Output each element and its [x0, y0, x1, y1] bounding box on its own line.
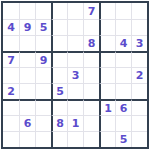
cell-r9c2[interactable]: [19, 131, 35, 147]
given-digit: 6: [120, 103, 128, 114]
cell-r3c6[interactable]: 8: [83, 35, 99, 51]
cell-r4c3[interactable]: 9: [35, 51, 51, 67]
given-digit: 9: [24, 22, 32, 33]
cell-r9c6[interactable]: [83, 131, 99, 147]
cell-r4c5[interactable]: [67, 51, 83, 67]
cell-r6c1[interactable]: 2: [3, 83, 19, 99]
cell-r5c4[interactable]: [51, 67, 67, 83]
cell-r3c4[interactable]: [51, 35, 67, 51]
cell-r7c6[interactable]: [83, 99, 99, 115]
cell-r6c7[interactable]: [99, 83, 115, 99]
cell-r1c3[interactable]: [35, 3, 51, 19]
cell-r9c1[interactable]: [3, 131, 19, 147]
cell-r6c4[interactable]: 5: [51, 83, 67, 99]
given-digit: 9: [40, 55, 48, 66]
given-digit: 6: [24, 118, 32, 129]
cell-r5c7[interactable]: [99, 67, 115, 83]
cell-r3c5[interactable]: [67, 35, 83, 51]
cell-r4c4[interactable]: [51, 51, 67, 67]
cell-r3c8[interactable]: 4: [115, 35, 131, 51]
cell-r3c7[interactable]: [99, 35, 115, 51]
given-digit: 4: [120, 38, 128, 49]
cell-r5c5[interactable]: 3: [67, 67, 83, 83]
cell-r4c9[interactable]: [131, 51, 147, 67]
cell-r9c4[interactable]: [51, 131, 67, 147]
cell-r2c6[interactable]: [83, 19, 99, 35]
cell-r8c3[interactable]: [35, 115, 51, 131]
cell-r4c1[interactable]: 7: [3, 51, 19, 67]
cell-r3c2[interactable]: [19, 35, 35, 51]
cell-r7c2[interactable]: [19, 99, 35, 115]
sudoku-app: 7495843793225166815: [0, 0, 150, 150]
cell-r4c7[interactable]: [99, 51, 115, 67]
cell-r2c2[interactable]: 9: [19, 19, 35, 35]
cell-r1c6[interactable]: 7: [83, 3, 99, 19]
cell-r7c1[interactable]: [3, 99, 19, 115]
given-digit: 5: [120, 134, 128, 145]
cell-r1c4[interactable]: [51, 3, 67, 19]
given-digit: 1: [72, 118, 80, 129]
given-digit: 7: [88, 6, 96, 17]
cell-r2c3[interactable]: 5: [35, 19, 51, 35]
cell-r4c8[interactable]: [115, 51, 131, 67]
cell-r1c7[interactable]: [99, 3, 115, 19]
cell-r8c5[interactable]: 1: [67, 115, 83, 131]
cell-r6c2[interactable]: [19, 83, 35, 99]
cell-r2c8[interactable]: [115, 19, 131, 35]
cell-r5c2[interactable]: [19, 67, 35, 83]
cell-r9c8[interactable]: 5: [115, 131, 131, 147]
given-digit: 8: [56, 118, 64, 129]
cell-r3c3[interactable]: [35, 35, 51, 51]
sudoku-board: 7495843793225166815: [1, 1, 149, 149]
cell-r2c9[interactable]: [131, 19, 147, 35]
cell-r9c5[interactable]: [67, 131, 83, 147]
cell-r5c1[interactable]: [3, 67, 19, 83]
cell-r7c9[interactable]: [131, 99, 147, 115]
cell-r2c4[interactable]: [51, 19, 67, 35]
given-digit: 2: [7, 86, 15, 97]
cell-r7c8[interactable]: 6: [115, 99, 131, 115]
cell-r3c1[interactable]: [3, 35, 19, 51]
given-digit: 3: [136, 38, 144, 49]
cell-r4c6[interactable]: [83, 51, 99, 67]
cell-r6c3[interactable]: [35, 83, 51, 99]
cell-r8c9[interactable]: [131, 115, 147, 131]
cell-r1c5[interactable]: [67, 3, 83, 19]
cell-r7c4[interactable]: [51, 99, 67, 115]
cell-r9c3[interactable]: [35, 131, 51, 147]
cell-r1c9[interactable]: [131, 3, 147, 19]
cell-r5c6[interactable]: [83, 67, 99, 83]
cell-r4c2[interactable]: [19, 51, 35, 67]
cell-r7c7[interactable]: 1: [99, 99, 115, 115]
cell-r6c6[interactable]: [83, 83, 99, 99]
cell-r2c1[interactable]: 4: [3, 19, 19, 35]
given-digit: 8: [88, 38, 96, 49]
cell-r5c3[interactable]: [35, 67, 51, 83]
cell-r7c3[interactable]: [35, 99, 51, 115]
cell-r9c7[interactable]: [99, 131, 115, 147]
cell-r1c2[interactable]: [19, 3, 35, 19]
cell-r6c5[interactable]: [67, 83, 83, 99]
cell-r8c8[interactable]: [115, 115, 131, 131]
given-digit: 5: [40, 22, 48, 33]
given-digit: 4: [7, 22, 15, 33]
cell-r8c6[interactable]: [83, 115, 99, 131]
given-digit: 7: [7, 55, 15, 66]
given-digit: 3: [72, 70, 80, 81]
cell-r9c9[interactable]: [131, 131, 147, 147]
given-digit: 1: [104, 103, 112, 114]
cell-r3c9[interactable]: 3: [131, 35, 147, 51]
cell-r2c5[interactable]: [67, 19, 83, 35]
cell-r2c7[interactable]: [99, 19, 115, 35]
cell-r1c1[interactable]: [3, 3, 19, 19]
cell-r5c8[interactable]: [115, 67, 131, 83]
given-digit: 5: [56, 86, 64, 97]
cell-r8c4[interactable]: 8: [51, 115, 67, 131]
cell-r6c8[interactable]: [115, 83, 131, 99]
cell-r7c5[interactable]: [67, 99, 83, 115]
cell-r5c9[interactable]: 2: [131, 67, 147, 83]
cell-r8c1[interactable]: [3, 115, 19, 131]
given-digit: 2: [136, 70, 144, 81]
cell-r6c9[interactable]: [131, 83, 147, 99]
cell-r8c7[interactable]: [99, 115, 115, 131]
cell-r8c2[interactable]: 6: [19, 115, 35, 131]
cell-r1c8[interactable]: [115, 3, 131, 19]
